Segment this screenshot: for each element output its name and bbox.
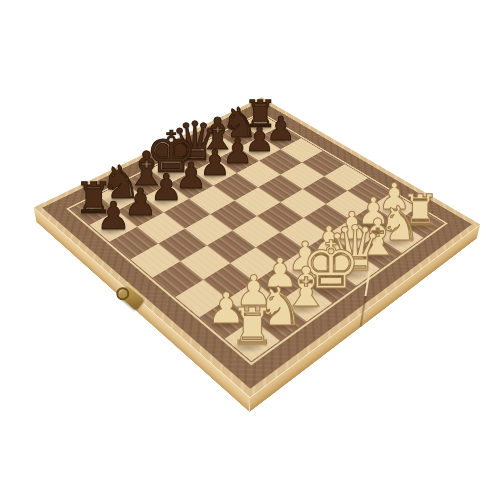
board-grid — [70, 114, 443, 361]
board-top-surface — [34, 97, 481, 397]
walnut-frame-band — [42, 101, 472, 389]
inlay-line — [66, 112, 448, 365]
chess-set-product-photo: ♜♞♝♛♚♝♞♜♟♟♟♟♟♟♟♟♟♟♟♟♟♟♟♟♜♞♝♛♚♝♞♜ — [0, 0, 500, 500]
chess-board — [34, 97, 481, 397]
